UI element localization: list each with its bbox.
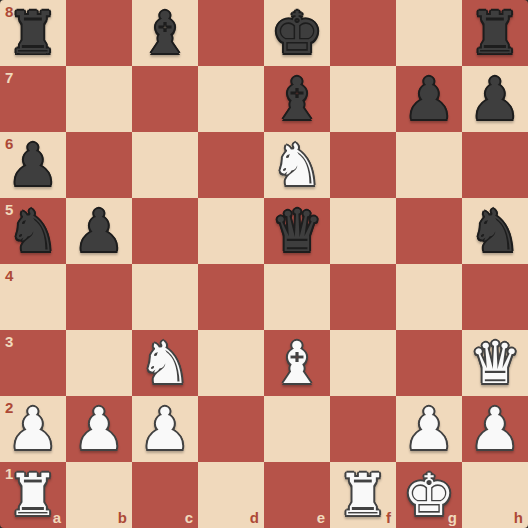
white-knight-e6[interactable]: ♞ bbox=[271, 136, 323, 194]
square-d3[interactable] bbox=[198, 330, 264, 396]
file-label-e: e bbox=[317, 510, 325, 525]
white-bishop-e3[interactable]: ♝ bbox=[271, 334, 323, 392]
white-pawn-g2[interactable]: ♟ bbox=[403, 400, 455, 458]
square-h3[interactable]: ♛ bbox=[462, 330, 528, 396]
square-h1[interactable]: h bbox=[462, 462, 528, 528]
rank-label-3: 3 bbox=[5, 334, 13, 349]
white-pawn-c2[interactable]: ♟ bbox=[139, 400, 191, 458]
black-pawn-a6[interactable]: ♟ bbox=[7, 136, 59, 194]
square-a2[interactable]: 2♟ bbox=[0, 396, 66, 462]
square-f3[interactable] bbox=[330, 330, 396, 396]
square-d2[interactable] bbox=[198, 396, 264, 462]
square-c8[interactable]: ♝ bbox=[132, 0, 198, 66]
file-label-d: d bbox=[250, 510, 259, 525]
square-e4[interactable] bbox=[264, 264, 330, 330]
square-d1[interactable]: d bbox=[198, 462, 264, 528]
square-b5[interactable]: ♟ bbox=[66, 198, 132, 264]
square-h4[interactable] bbox=[462, 264, 528, 330]
file-label-h: h bbox=[514, 510, 523, 525]
white-pawn-a2[interactable]: ♟ bbox=[7, 400, 59, 458]
square-f4[interactable] bbox=[330, 264, 396, 330]
square-b1[interactable]: b bbox=[66, 462, 132, 528]
black-rook-a8[interactable]: ♜ bbox=[7, 4, 59, 62]
square-e8[interactable]: ♚ bbox=[264, 0, 330, 66]
square-b7[interactable] bbox=[66, 66, 132, 132]
white-queen-h3[interactable]: ♛ bbox=[469, 334, 521, 392]
square-g8[interactable] bbox=[396, 0, 462, 66]
black-bishop-e7[interactable]: ♝ bbox=[271, 70, 323, 128]
file-label-c: c bbox=[185, 510, 193, 525]
square-a6[interactable]: 6♟ bbox=[0, 132, 66, 198]
rank-label-7: 7 bbox=[5, 70, 13, 85]
square-d4[interactable] bbox=[198, 264, 264, 330]
square-a8[interactable]: 8♜ bbox=[0, 0, 66, 66]
square-d5[interactable] bbox=[198, 198, 264, 264]
file-label-b: b bbox=[118, 510, 127, 525]
square-f2[interactable] bbox=[330, 396, 396, 462]
square-d7[interactable] bbox=[198, 66, 264, 132]
square-f8[interactable] bbox=[330, 0, 396, 66]
white-pawn-b2[interactable]: ♟ bbox=[73, 400, 125, 458]
black-bishop-c8[interactable]: ♝ bbox=[139, 4, 191, 62]
square-h2[interactable]: ♟ bbox=[462, 396, 528, 462]
rank-label-4: 4 bbox=[5, 268, 13, 283]
square-b2[interactable]: ♟ bbox=[66, 396, 132, 462]
square-e6[interactable]: ♞ bbox=[264, 132, 330, 198]
square-c3[interactable]: ♞ bbox=[132, 330, 198, 396]
black-pawn-h7[interactable]: ♟ bbox=[469, 70, 521, 128]
square-f6[interactable] bbox=[330, 132, 396, 198]
white-pawn-h2[interactable]: ♟ bbox=[469, 400, 521, 458]
black-pawn-g7[interactable]: ♟ bbox=[403, 70, 455, 128]
square-b4[interactable] bbox=[66, 264, 132, 330]
square-a4[interactable]: 4 bbox=[0, 264, 66, 330]
black-pawn-b5[interactable]: ♟ bbox=[73, 202, 125, 260]
square-e1[interactable]: e bbox=[264, 462, 330, 528]
square-e2[interactable] bbox=[264, 396, 330, 462]
white-rook-a1[interactable]: ♜ bbox=[7, 466, 59, 524]
square-c6[interactable] bbox=[132, 132, 198, 198]
square-g6[interactable] bbox=[396, 132, 462, 198]
square-h8[interactable]: ♜ bbox=[462, 0, 528, 66]
black-king-e8[interactable]: ♚ bbox=[271, 4, 323, 62]
black-knight-h5[interactable]: ♞ bbox=[469, 202, 521, 260]
square-c2[interactable]: ♟ bbox=[132, 396, 198, 462]
chess-board: 8♜♝♚♜7♝♟♟6♟♞5♞♟♛♞43♞♝♛2♟♟♟♟♟1a♜bcdef♜g♚h bbox=[0, 0, 528, 528]
square-c1[interactable]: c bbox=[132, 462, 198, 528]
white-knight-c3[interactable]: ♞ bbox=[139, 334, 191, 392]
square-b8[interactable] bbox=[66, 0, 132, 66]
square-b6[interactable] bbox=[66, 132, 132, 198]
square-g3[interactable] bbox=[396, 330, 462, 396]
square-d6[interactable] bbox=[198, 132, 264, 198]
square-h6[interactable] bbox=[462, 132, 528, 198]
square-g1[interactable]: g♚ bbox=[396, 462, 462, 528]
square-f1[interactable]: f♜ bbox=[330, 462, 396, 528]
square-e7[interactable]: ♝ bbox=[264, 66, 330, 132]
white-rook-f1[interactable]: ♜ bbox=[337, 466, 389, 524]
square-g2[interactable]: ♟ bbox=[396, 396, 462, 462]
square-a1[interactable]: 1a♜ bbox=[0, 462, 66, 528]
square-d8[interactable] bbox=[198, 0, 264, 66]
square-a3[interactable]: 3 bbox=[0, 330, 66, 396]
black-knight-a5[interactable]: ♞ bbox=[7, 202, 59, 260]
square-e3[interactable]: ♝ bbox=[264, 330, 330, 396]
square-g5[interactable] bbox=[396, 198, 462, 264]
square-h7[interactable]: ♟ bbox=[462, 66, 528, 132]
square-h5[interactable]: ♞ bbox=[462, 198, 528, 264]
white-king-g1[interactable]: ♚ bbox=[403, 466, 455, 524]
square-g4[interactable] bbox=[396, 264, 462, 330]
square-f5[interactable] bbox=[330, 198, 396, 264]
square-f7[interactable] bbox=[330, 66, 396, 132]
square-c5[interactable] bbox=[132, 198, 198, 264]
square-a5[interactable]: 5♞ bbox=[0, 198, 66, 264]
square-c4[interactable] bbox=[132, 264, 198, 330]
square-a7[interactable]: 7 bbox=[0, 66, 66, 132]
square-g7[interactable]: ♟ bbox=[396, 66, 462, 132]
square-b3[interactable] bbox=[66, 330, 132, 396]
black-rook-h8[interactable]: ♜ bbox=[469, 4, 521, 62]
square-e5[interactable]: ♛ bbox=[264, 198, 330, 264]
black-queen-e5[interactable]: ♛ bbox=[271, 202, 323, 260]
square-c7[interactable] bbox=[132, 66, 198, 132]
